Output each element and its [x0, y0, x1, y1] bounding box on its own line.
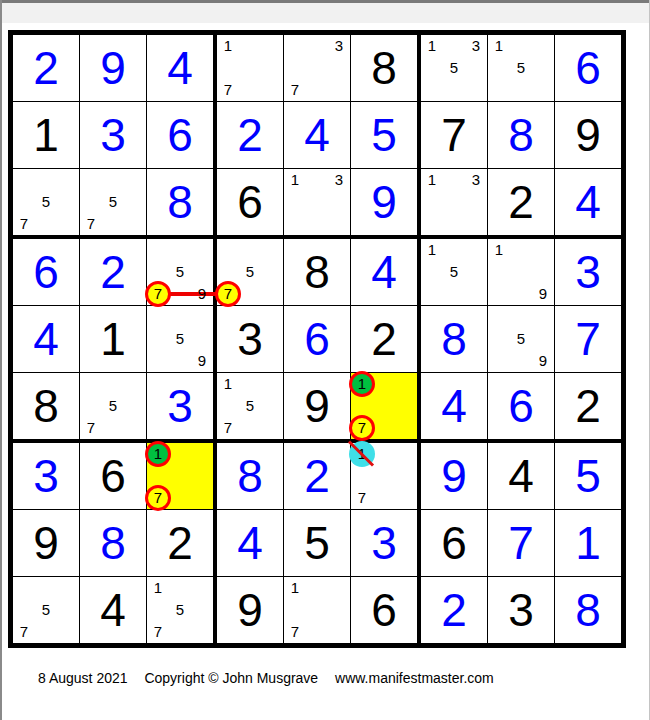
- cell-r4c8[interactable]: 19: [488, 239, 555, 306]
- solved-digit: 8: [555, 577, 621, 643]
- cell-r7c5[interactable]: 2: [284, 443, 351, 510]
- solved-digit: 4: [217, 510, 283, 576]
- cell-r3c7[interactable]: 13: [421, 169, 488, 239]
- candidate-5: 5: [102, 191, 124, 213]
- candidate-5: 5: [239, 395, 261, 417]
- given-digit: 9: [284, 373, 350, 439]
- given-digit: 3: [217, 306, 283, 372]
- given-digit: 9: [217, 577, 283, 643]
- cell-r6c8[interactable]: 6: [488, 373, 555, 443]
- cell-r9c4[interactable]: 9: [217, 577, 284, 643]
- solved-digit: 3: [555, 239, 621, 305]
- solved-digit: 6: [488, 373, 554, 439]
- cell-r5c3[interactable]: 59: [147, 306, 217, 373]
- cell-r5c8[interactable]: 59: [488, 306, 555, 373]
- candidate-3: 3: [465, 169, 487, 191]
- candidate-7-yellow-mark: 7: [145, 281, 171, 307]
- candidate-7-yellow-mark: 7: [349, 415, 375, 441]
- solved-digit: 5: [555, 443, 621, 509]
- candidate-9: 9: [532, 283, 554, 305]
- solved-digit: 3: [13, 443, 79, 509]
- cell-r5c1[interactable]: 4: [13, 306, 80, 373]
- sudoku-board: 2941737813515613624578957578613913246257…: [8, 30, 626, 648]
- given-digit: 4: [488, 443, 554, 509]
- solved-digit: 8: [217, 443, 283, 509]
- solved-digit: 8: [421, 306, 487, 372]
- given-digit: 6: [421, 510, 487, 576]
- given-digit: 9: [555, 102, 621, 168]
- candidate-1: 1: [147, 577, 169, 599]
- cell-r6c9[interactable]: 2: [555, 373, 621, 443]
- cell-r9c1[interactable]: 57: [13, 577, 80, 643]
- cell-r3c4[interactable]: 6: [217, 169, 284, 239]
- cell-r3c9[interactable]: 4: [555, 169, 621, 239]
- cell-r1c5[interactable]: 37: [284, 35, 351, 102]
- candidate-1: 1: [421, 169, 443, 191]
- cell-r7c1[interactable]: 3: [13, 443, 80, 510]
- given-digit: 5: [284, 510, 350, 576]
- candidate-7: 7: [284, 79, 306, 101]
- candidate-5: 5: [169, 599, 191, 621]
- candidate-7: 7: [13, 621, 35, 643]
- app-window: 2941737813515613624578957578613913246257…: [0, 0, 650, 720]
- candidate-7: 7: [217, 417, 239, 439]
- solved-digit: 7: [555, 306, 621, 372]
- cell-r4c4[interactable]: 57: [217, 239, 284, 306]
- solved-digit: 4: [351, 239, 417, 305]
- solved-digit: 6: [13, 239, 79, 305]
- candidate-1: 1: [217, 373, 239, 395]
- candidate-3: 3: [465, 35, 487, 57]
- solved-digit: 2: [421, 577, 487, 643]
- cell-r8c9[interactable]: 1: [555, 510, 621, 577]
- candidate-1: 1: [421, 35, 443, 57]
- solved-digit: 9: [351, 169, 417, 235]
- cell-r6c5[interactable]: 9: [284, 373, 351, 443]
- cell-r5c6[interactable]: 2: [351, 306, 421, 373]
- candidate-7-yellow-mark: 7: [145, 485, 171, 511]
- candidate-1: 1: [217, 35, 239, 57]
- solved-digit: 7: [488, 510, 554, 576]
- candidate-5: 5: [443, 261, 465, 283]
- cell-r3c6[interactable]: 9: [351, 169, 421, 239]
- cell-r1c1[interactable]: 2: [13, 35, 80, 102]
- cell-r7c7[interactable]: 9: [421, 443, 488, 510]
- candidate-5: 5: [443, 57, 465, 79]
- cell-r6c2[interactable]: 57: [80, 373, 147, 443]
- cell-r4c5[interactable]: 8: [284, 239, 351, 306]
- cell-r3c5[interactable]: 13: [284, 169, 351, 239]
- solved-digit: 3: [147, 373, 213, 439]
- candidate-7: 7: [147, 621, 169, 643]
- given-digit: 6: [217, 169, 283, 235]
- candidate-7: 7: [217, 79, 239, 101]
- given-digit: 1: [13, 102, 79, 168]
- cell-r9c7[interactable]: 2: [421, 577, 488, 643]
- footer-copyright: Copyright © John Musgrave: [144, 670, 318, 686]
- cell-r2c6[interactable]: 5: [351, 102, 421, 169]
- solved-digit: 8: [488, 102, 554, 168]
- candidate-1: 1: [421, 239, 443, 261]
- candidate-5: 5: [510, 328, 532, 350]
- given-digit: 2: [488, 169, 554, 235]
- cell-r8c3[interactable]: 2: [147, 510, 217, 577]
- candidate-1-cyan-slash-mark: 1: [349, 441, 375, 467]
- cell-r8c5[interactable]: 5: [284, 510, 351, 577]
- candidate-5: 5: [169, 261, 191, 283]
- given-digit: 2: [555, 373, 621, 439]
- cell-r6c1[interactable]: 8: [13, 373, 80, 443]
- given-digit: 9: [13, 510, 79, 576]
- cell-r3c1[interactable]: 57: [13, 169, 80, 239]
- cell-r8c1[interactable]: 9: [13, 510, 80, 577]
- cell-r4c7[interactable]: 15: [421, 239, 488, 306]
- candidate-9: 9: [532, 350, 554, 372]
- given-digit: 8: [351, 35, 417, 101]
- solved-digit: 2: [284, 443, 350, 509]
- candidate-7: 7: [284, 621, 306, 643]
- cell-r2c3[interactable]: 6: [147, 102, 217, 169]
- solved-digit: 8: [147, 169, 213, 235]
- candidate-7: 7: [13, 213, 35, 235]
- candidate-5: 5: [239, 261, 261, 283]
- candidate-3: 3: [328, 35, 350, 57]
- cell-r4c6[interactable]: 4: [351, 239, 421, 306]
- cell-r6c6[interactable]: 17: [351, 373, 421, 443]
- cell-r3c8[interactable]: 2: [488, 169, 555, 239]
- given-digit: 6: [351, 577, 417, 643]
- cell-r4c1[interactable]: 6: [13, 239, 80, 306]
- candidate-7-yellow-mark: 7: [215, 281, 241, 307]
- candidate-9: 9: [191, 283, 213, 305]
- cell-r9c8[interactable]: 3: [488, 577, 555, 643]
- cell-r7c8[interactable]: 4: [488, 443, 555, 510]
- candidate-1-green-mark: 1: [145, 441, 171, 467]
- cell-r2c4[interactable]: 2: [217, 102, 284, 169]
- cell-r1c3[interactable]: 4: [147, 35, 217, 102]
- footer: 8 August 2021 Copyright © John Musgrave …: [38, 670, 507, 686]
- cell-r9c2[interactable]: 4: [80, 577, 147, 643]
- cell-r2c7[interactable]: 7: [421, 102, 488, 169]
- cell-r3c2[interactable]: 57: [80, 169, 147, 239]
- window-left-edge: [0, 0, 2, 720]
- cell-r7c6[interactable]: 17: [351, 443, 421, 510]
- given-digit: 6: [80, 443, 146, 509]
- candidate-1: 1: [284, 577, 306, 599]
- solved-digit: 6: [555, 35, 621, 101]
- candidate-5: 5: [35, 599, 57, 621]
- candidate-3: 3: [328, 169, 350, 191]
- cell-r8c7[interactable]: 6: [421, 510, 488, 577]
- cell-r8c4[interactable]: 4: [217, 510, 284, 577]
- solved-digit: 2: [80, 239, 146, 305]
- cell-r2c1[interactable]: 1: [13, 102, 80, 169]
- solved-digit: 4: [421, 373, 487, 439]
- solved-digit: 6: [147, 102, 213, 168]
- cell-r9c6[interactable]: 6: [351, 577, 421, 643]
- cell-r9c5[interactable]: 17: [284, 577, 351, 643]
- cell-r6c3[interactable]: 3: [147, 373, 217, 443]
- cell-r8c6[interactable]: 3: [351, 510, 421, 577]
- candidate-1-green-mark: 1: [349, 371, 375, 397]
- given-digit: 2: [351, 306, 417, 372]
- cell-r1c7[interactable]: 135: [421, 35, 488, 102]
- cell-r1c4[interactable]: 17: [217, 35, 284, 102]
- solved-digit: 4: [555, 169, 621, 235]
- cell-r9c3[interactable]: 157: [147, 577, 217, 643]
- solved-digit: 5: [351, 102, 417, 168]
- cell-r1c2[interactable]: 9: [80, 35, 147, 102]
- solved-digit: 4: [147, 35, 213, 101]
- candidate-1: 1: [488, 239, 510, 261]
- cell-r4c9[interactable]: 3: [555, 239, 621, 306]
- cell-r8c8[interactable]: 7: [488, 510, 555, 577]
- candidate-5: 5: [35, 191, 57, 213]
- cell-r7c9[interactable]: 5: [555, 443, 621, 510]
- cell-r8c2[interactable]: 8: [80, 510, 147, 577]
- cell-r5c7[interactable]: 8: [421, 306, 488, 373]
- cell-r7c4[interactable]: 8: [217, 443, 284, 510]
- candidate-1: 1: [488, 35, 510, 57]
- cell-r6c4[interactable]: 157: [217, 373, 284, 443]
- footer-date: 8 August 2021: [38, 670, 128, 686]
- cell-r2c2[interactable]: 3: [80, 102, 147, 169]
- given-digit: 1: [80, 306, 146, 372]
- solved-digit: 9: [80, 35, 146, 101]
- footer-website: www.manifestmaster.com: [335, 670, 494, 686]
- given-digit: 4: [80, 577, 146, 643]
- solved-digit: 1: [555, 510, 621, 576]
- candidate-5: 5: [102, 395, 124, 417]
- solved-digit: 9: [421, 443, 487, 509]
- candidate-7: 7: [351, 487, 373, 509]
- given-digit: 8: [284, 239, 350, 305]
- cell-r5c5[interactable]: 6: [284, 306, 351, 373]
- cell-r4c2[interactable]: 2: [80, 239, 147, 306]
- cell-r7c3[interactable]: 17: [147, 443, 217, 510]
- cell-r2c8[interactable]: 8: [488, 102, 555, 169]
- cell-r7c2[interactable]: 6: [80, 443, 147, 510]
- solved-digit: 2: [13, 35, 79, 101]
- candidate-5: 5: [510, 57, 532, 79]
- solved-digit: 3: [351, 510, 417, 576]
- candidate-1: 1: [284, 169, 306, 191]
- candidate-7: 7: [80, 213, 102, 235]
- solved-digit: 6: [284, 306, 350, 372]
- candidate-9: 9: [191, 350, 213, 372]
- given-digit: 3: [488, 577, 554, 643]
- cell-r5c9[interactable]: 7: [555, 306, 621, 373]
- candidate-7: 7: [80, 417, 102, 439]
- cell-r3c3[interactable]: 8: [147, 169, 217, 239]
- given-digit: 8: [13, 373, 79, 439]
- solved-digit: 8: [80, 510, 146, 576]
- cell-r1c6[interactable]: 8: [351, 35, 421, 102]
- cell-r2c9[interactable]: 9: [555, 102, 621, 169]
- cell-r1c9[interactable]: 6: [555, 35, 621, 102]
- solved-digit: 4: [284, 102, 350, 168]
- cell-r6c7[interactable]: 4: [421, 373, 488, 443]
- solved-digit: 3: [80, 102, 146, 168]
- cell-r5c4[interactable]: 3: [217, 306, 284, 373]
- solved-digit: 4: [13, 306, 79, 372]
- cell-r5c2[interactable]: 1: [80, 306, 147, 373]
- given-digit: 7: [421, 102, 487, 168]
- given-digit: 2: [147, 510, 213, 576]
- candidate-5: 5: [169, 328, 191, 350]
- cell-r2c5[interactable]: 4: [284, 102, 351, 169]
- cell-r1c8[interactable]: 15: [488, 35, 555, 102]
- cell-r9c9[interactable]: 8: [555, 577, 621, 643]
- window-top-bar: [0, 0, 650, 23]
- solved-digit: 2: [217, 102, 283, 168]
